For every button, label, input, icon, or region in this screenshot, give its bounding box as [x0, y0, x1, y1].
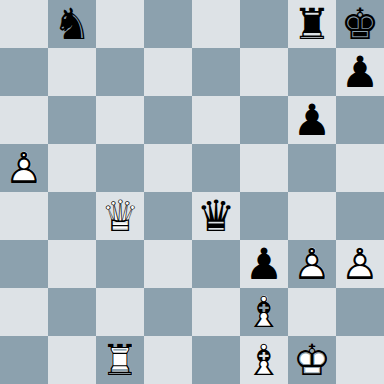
- square-h2[interactable]: [336, 288, 384, 336]
- square-a6[interactable]: [0, 96, 48, 144]
- piece-white-bishop-icon[interactable]: ♝♗: [240, 288, 288, 336]
- piece-fill-layer: ♞: [53, 0, 92, 48]
- piece-black-queen-icon[interactable]: ♛: [192, 192, 240, 240]
- square-f5[interactable]: [240, 144, 288, 192]
- piece-white-pawn-icon[interactable]: ♟♙: [288, 240, 336, 288]
- square-a7[interactable]: [0, 48, 48, 96]
- square-h7[interactable]: ♟: [336, 48, 384, 96]
- square-c6[interactable]: [96, 96, 144, 144]
- piece-outline-layer: ♖: [101, 336, 140, 384]
- piece-white-king-icon[interactable]: ♚♔: [288, 336, 336, 384]
- square-d5[interactable]: [144, 144, 192, 192]
- square-h8[interactable]: ♚: [336, 0, 384, 48]
- piece-white-bishop-icon[interactable]: ♝♗: [240, 336, 288, 384]
- square-g6[interactable]: ♟: [288, 96, 336, 144]
- piece-outline-layer: ♕: [101, 192, 140, 240]
- square-b2[interactable]: [48, 288, 96, 336]
- square-c4[interactable]: ♛♕: [96, 192, 144, 240]
- square-c2[interactable]: [96, 288, 144, 336]
- square-a2[interactable]: [0, 288, 48, 336]
- square-c1[interactable]: ♜♖: [96, 336, 144, 384]
- square-h5[interactable]: [336, 144, 384, 192]
- square-b8[interactable]: ♞: [48, 0, 96, 48]
- piece-black-pawn-icon[interactable]: ♟: [288, 96, 336, 144]
- square-a8[interactable]: [0, 0, 48, 48]
- square-g5[interactable]: [288, 144, 336, 192]
- square-h4[interactable]: [336, 192, 384, 240]
- square-b7[interactable]: [48, 48, 96, 96]
- square-a5[interactable]: ♟♙: [0, 144, 48, 192]
- piece-outline-layer: ♙: [293, 240, 332, 288]
- square-g1[interactable]: ♚♔: [288, 336, 336, 384]
- square-e8[interactable]: [192, 0, 240, 48]
- square-f3[interactable]: ♟: [240, 240, 288, 288]
- square-d8[interactable]: [144, 0, 192, 48]
- piece-fill-layer: ♟: [293, 96, 332, 144]
- piece-white-queen-icon[interactable]: ♛♕: [96, 192, 144, 240]
- square-f8[interactable]: [240, 0, 288, 48]
- square-f4[interactable]: [240, 192, 288, 240]
- piece-fill-layer: ♟: [341, 48, 380, 96]
- piece-black-pawn-icon[interactable]: ♟: [336, 48, 384, 96]
- square-c3[interactable]: [96, 240, 144, 288]
- square-g7[interactable]: [288, 48, 336, 96]
- square-h6[interactable]: [336, 96, 384, 144]
- chess-board: ♞♜♚♟♟♟♙♛♕♛♟♟♙♟♙♝♗♜♖♝♗♚♔: [0, 0, 384, 384]
- square-g2[interactable]: [288, 288, 336, 336]
- square-g3[interactable]: ♟♙: [288, 240, 336, 288]
- square-d4[interactable]: [144, 192, 192, 240]
- square-e3[interactable]: [192, 240, 240, 288]
- piece-fill-layer: ♚: [341, 0, 380, 48]
- square-a3[interactable]: [0, 240, 48, 288]
- piece-fill-layer: ♜: [293, 0, 332, 48]
- square-b3[interactable]: [48, 240, 96, 288]
- square-c7[interactable]: [96, 48, 144, 96]
- square-g4[interactable]: [288, 192, 336, 240]
- square-b5[interactable]: [48, 144, 96, 192]
- square-h1[interactable]: [336, 336, 384, 384]
- piece-white-pawn-icon[interactable]: ♟♙: [0, 144, 48, 192]
- square-e7[interactable]: [192, 48, 240, 96]
- square-f7[interactable]: [240, 48, 288, 96]
- piece-outline-layer: ♗: [245, 336, 284, 384]
- square-c5[interactable]: [96, 144, 144, 192]
- square-b6[interactable]: [48, 96, 96, 144]
- piece-black-rook-icon[interactable]: ♜: [288, 0, 336, 48]
- piece-outline-layer: ♙: [5, 144, 44, 192]
- piece-fill-layer: ♟: [245, 240, 284, 288]
- piece-black-king-icon[interactable]: ♚: [336, 0, 384, 48]
- piece-black-pawn-icon[interactable]: ♟: [240, 240, 288, 288]
- square-g8[interactable]: ♜: [288, 0, 336, 48]
- square-e5[interactable]: [192, 144, 240, 192]
- square-e4[interactable]: ♛: [192, 192, 240, 240]
- piece-outline-layer: ♔: [293, 336, 332, 384]
- square-f6[interactable]: [240, 96, 288, 144]
- square-h3[interactable]: ♟♙: [336, 240, 384, 288]
- square-b1[interactable]: [48, 336, 96, 384]
- square-d7[interactable]: [144, 48, 192, 96]
- square-b4[interactable]: [48, 192, 96, 240]
- piece-black-knight-icon[interactable]: ♞: [48, 0, 96, 48]
- piece-outline-layer: ♗: [245, 288, 284, 336]
- square-d3[interactable]: [144, 240, 192, 288]
- piece-white-rook-icon[interactable]: ♜♖: [96, 336, 144, 384]
- piece-fill-layer: ♛: [197, 192, 236, 240]
- square-d6[interactable]: [144, 96, 192, 144]
- piece-white-pawn-icon[interactable]: ♟♙: [336, 240, 384, 288]
- square-f1[interactable]: ♝♗: [240, 336, 288, 384]
- square-e6[interactable]: [192, 96, 240, 144]
- square-e2[interactable]: [192, 288, 240, 336]
- square-f2[interactable]: ♝♗: [240, 288, 288, 336]
- piece-outline-layer: ♙: [341, 240, 380, 288]
- square-d2[interactable]: [144, 288, 192, 336]
- square-a1[interactable]: [0, 336, 48, 384]
- square-e1[interactable]: [192, 336, 240, 384]
- square-d1[interactable]: [144, 336, 192, 384]
- square-a4[interactable]: [0, 192, 48, 240]
- square-c8[interactable]: [96, 0, 144, 48]
